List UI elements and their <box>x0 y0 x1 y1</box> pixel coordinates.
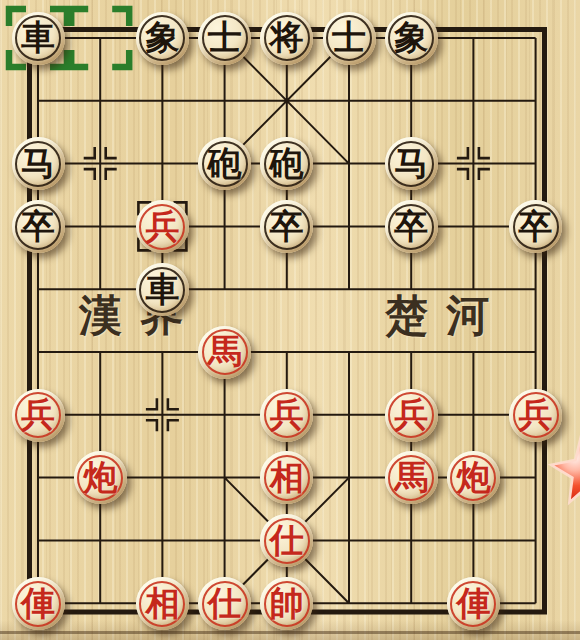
black-elephant[interactable]: 象 <box>136 12 189 65</box>
piece-glyph: 卒 <box>21 209 55 243</box>
piece-glyph: 俥 <box>456 586 490 620</box>
piece-glyph: 卒 <box>519 209 553 243</box>
piece-glyph: 兵 <box>145 209 179 243</box>
black-advisor[interactable]: 士 <box>198 12 251 65</box>
red-elephant[interactable]: 相 <box>260 451 313 504</box>
black-chariot[interactable]: 車 <box>12 12 65 65</box>
piece-glyph: 象 <box>145 20 179 54</box>
black-horse[interactable]: 马 <box>385 137 438 190</box>
piece-glyph: 相 <box>270 460 304 494</box>
red-general[interactable]: 帥 <box>260 577 313 630</box>
piece-glyph: 相 <box>145 586 179 620</box>
red-advisor[interactable]: 仕 <box>198 577 251 630</box>
piece-glyph: 仕 <box>270 523 304 557</box>
red-soldier[interactable]: 兵 <box>260 389 313 442</box>
piece-glyph: 俥 <box>21 586 55 620</box>
piece-glyph: 士 <box>332 20 366 54</box>
black-cannon[interactable]: 砲 <box>260 137 313 190</box>
piece-glyph: 卒 <box>270 209 304 243</box>
piece-glyph: 車 <box>21 20 55 54</box>
piece-glyph: 炮 <box>456 460 490 494</box>
piece-glyph: 卒 <box>394 209 428 243</box>
piece-glyph: 士 <box>208 20 242 54</box>
star-icon <box>538 426 580 516</box>
black-soldier[interactable]: 卒 <box>260 200 313 253</box>
red-horse[interactable]: 馬 <box>385 451 438 504</box>
piece-glyph: 兵 <box>21 397 55 431</box>
piece-glyph: 象 <box>394 20 428 54</box>
piece-glyph: 兵 <box>394 397 428 431</box>
piece-glyph: 马 <box>394 146 428 180</box>
black-cannon[interactable]: 砲 <box>198 137 251 190</box>
red-advisor[interactable]: 仕 <box>260 514 313 567</box>
black-elephant[interactable]: 象 <box>385 12 438 65</box>
piece-glyph: 将 <box>270 20 304 54</box>
piece-glyph: 砲 <box>208 146 242 180</box>
black-advisor[interactable]: 士 <box>323 12 376 65</box>
red-chariot[interactable]: 俥 <box>447 577 500 630</box>
red-elephant[interactable]: 相 <box>136 577 189 630</box>
red-chariot[interactable]: 俥 <box>12 577 65 630</box>
piece-glyph: 車 <box>145 272 179 306</box>
piece-glyph: 帥 <box>270 586 304 620</box>
piece-glyph: 炮 <box>83 460 117 494</box>
piece-glyph: 馬 <box>394 460 428 494</box>
piece-glyph: 砲 <box>270 146 304 180</box>
red-cannon[interactable]: 炮 <box>74 451 127 504</box>
red-horse[interactable]: 馬 <box>198 326 251 379</box>
red-soldier[interactable]: 兵 <box>12 389 65 442</box>
piece-glyph: 馬 <box>208 334 242 368</box>
red-soldier[interactable]: 兵 <box>385 389 438 442</box>
piece-glyph: 马 <box>21 146 55 180</box>
black-chariot[interactable]: 車 <box>136 263 189 316</box>
black-soldier[interactable]: 卒 <box>509 200 562 253</box>
piece-glyph: 兵 <box>270 397 304 431</box>
red-cannon[interactable]: 炮 <box>447 451 500 504</box>
black-soldier[interactable]: 卒 <box>385 200 438 253</box>
black-general[interactable]: 将 <box>260 12 313 65</box>
piece-glyph: 仕 <box>208 586 242 620</box>
xiangqi-board[interactable]: 車象士将士象马砲砲马卒兵卒卒卒車馬兵兵兵兵炮相馬炮仕俥相仕帥俥 <box>7 7 567 635</box>
red-soldier[interactable]: 兵 <box>136 200 189 253</box>
black-horse[interactable]: 马 <box>12 137 65 190</box>
black-soldier[interactable]: 卒 <box>12 200 65 253</box>
xiangqi-game-screen: 漢界 楚河 車象士将士象马砲砲马卒兵卒卒卒車馬兵兵兵兵炮相馬炮仕俥相仕帥俥 <box>0 0 580 640</box>
